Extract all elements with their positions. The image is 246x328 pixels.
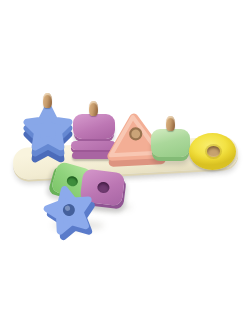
peg-2-tip: [89, 101, 98, 116]
blue-star-top: [27, 107, 69, 147]
peg-1-tip: [43, 93, 52, 108]
blue-star-stack: [20, 101, 76, 163]
toy-product-photo: [0, 0, 246, 328]
loose-blue-star: [36, 178, 102, 243]
green-square: [151, 129, 190, 157]
peg-4-tip: [166, 116, 175, 131]
peg-3-hole: [130, 128, 142, 140]
peg-5-hole: [207, 146, 220, 157]
